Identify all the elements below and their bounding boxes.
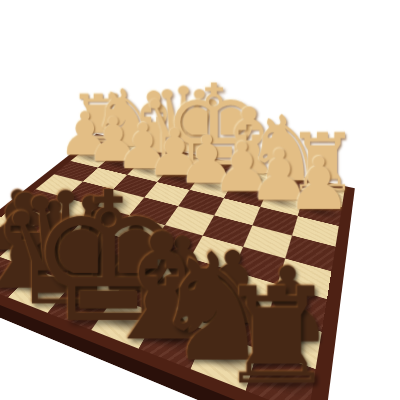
photo-background: ♜♞♝♛♚♝♞♜♟♟♟♟♟♟♟♟♟♟♟♟♟♟♟♟♜♞♝♛♚♝♞♜ xyxy=(0,0,400,400)
square-h8: ♜ xyxy=(246,349,315,400)
chess-board-grid: ♜♞♝♛♚♝♞♜♟♟♟♟♟♟♟♟♟♟♟♟♟♟♟♟♜♞♝♛♚♝♞♜ xyxy=(0,138,345,400)
scene: ♜♞♝♛♚♝♞♜♟♟♟♟♟♟♟♟♟♟♟♟♟♟♟♟♜♞♝♛♚♝♞♜ xyxy=(0,0,400,400)
piece-black-rook: ♜ xyxy=(137,269,400,400)
piece-white-pawn: ♟ xyxy=(230,147,400,220)
chess-board: ♜♞♝♛♚♝♞♜♟♟♟♟♟♟♟♟♟♟♟♟♟♟♟♟♜♞♝♛♚♝♞♜ xyxy=(0,134,355,400)
